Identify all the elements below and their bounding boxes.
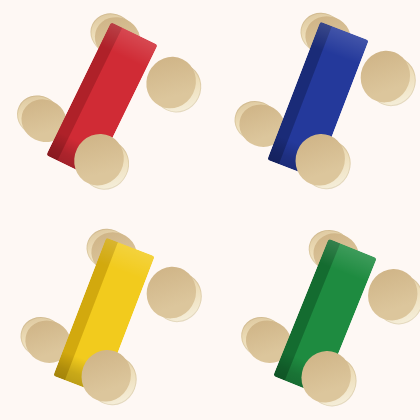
wheel-front-right	[145, 55, 209, 121]
wheel-rear-right	[73, 132, 137, 198]
car-assembly	[0, 0, 227, 229]
photo-scene	[0, 0, 420, 420]
toy-car-green	[235, 217, 415, 417]
car-assembly	[204, 191, 420, 420]
wheel-front-right	[361, 50, 420, 114]
wheel-front-right	[368, 268, 420, 332]
car-assembly	[198, 0, 420, 226]
toy-car-red	[12, 0, 192, 200]
wheel-front-right	[147, 266, 209, 330]
toy-car-yellow	[14, 216, 194, 416]
toy-car-blue	[228, 0, 408, 200]
car-assembly	[0, 190, 224, 420]
wheel-rear-right	[296, 133, 358, 197]
wheel-rear-right	[82, 349, 144, 413]
wheel-rear-right	[302, 350, 364, 414]
